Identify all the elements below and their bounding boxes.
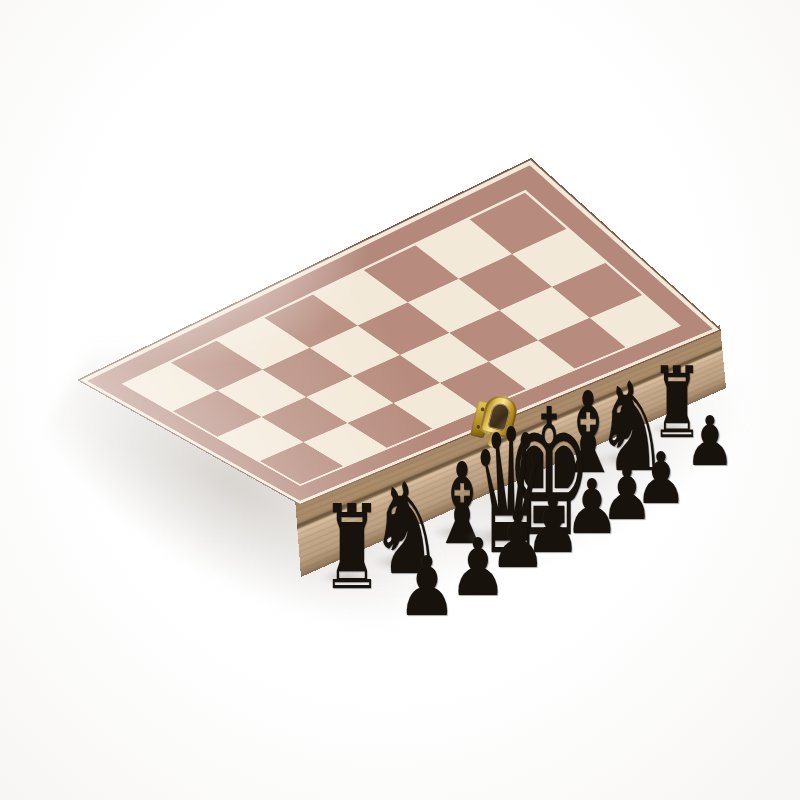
piece-black-pawn: ♟ [397,546,457,628]
piece-black-pawn: ♟ [685,407,735,476]
piece-black-pawn: ♟ [449,528,507,607]
piece-black-rook: ♜ [322,490,383,606]
product-photo-scene: ♜♞♝♛♚♝♞♜♟♟♟♟♟♟♟♟ [0,0,800,800]
